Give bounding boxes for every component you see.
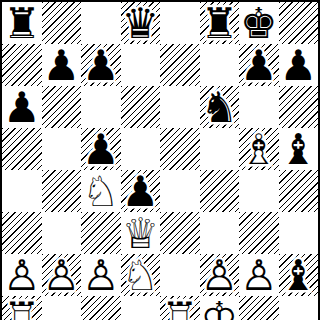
piece-white-king[interactable]: ♔ xyxy=(200,297,238,320)
square-d8[interactable]: ♛♛ xyxy=(121,2,161,44)
square-d4[interactable]: ♟♟ xyxy=(121,170,161,212)
piece-white-pawn[interactable]: ♙ xyxy=(200,255,238,297)
square-e2[interactable] xyxy=(160,254,200,296)
square-a7[interactable] xyxy=(2,44,42,86)
piece-black-bishop[interactable]: ♝ xyxy=(279,129,317,171)
square-e3[interactable] xyxy=(160,212,200,254)
square-e6[interactable] xyxy=(160,86,200,128)
piece-white-queen[interactable]: ♕ xyxy=(121,213,159,255)
square-f2[interactable]: ♟♙ xyxy=(200,254,240,296)
square-a4[interactable] xyxy=(2,170,42,212)
square-b6[interactable] xyxy=(42,86,82,128)
square-e5[interactable] xyxy=(160,128,200,170)
piece-white-rook[interactable]: ♖ xyxy=(3,297,41,320)
piece-black-pawn[interactable]: ♟ xyxy=(42,45,80,87)
square-f1[interactable]: ♚♔ xyxy=(200,296,240,320)
piece-white-pawn[interactable]: ♙ xyxy=(42,255,80,297)
square-g7[interactable]: ♟♟ xyxy=(239,44,279,86)
square-a8[interactable]: ♜♜ xyxy=(2,2,42,44)
square-c8[interactable] xyxy=(81,2,121,44)
square-h5[interactable]: ♝♝ xyxy=(279,128,319,170)
piece-black-rook[interactable]: ♜ xyxy=(3,3,41,45)
square-a6[interactable]: ♟♟ xyxy=(2,86,42,128)
square-g5[interactable]: ♝♗ xyxy=(239,128,279,170)
square-h8[interactable] xyxy=(279,2,319,44)
piece-black-queen[interactable]: ♛ xyxy=(121,3,159,45)
square-h3[interactable] xyxy=(279,212,319,254)
square-f3[interactable] xyxy=(200,212,240,254)
square-a2[interactable]: ♟♙ xyxy=(2,254,42,296)
square-d6[interactable] xyxy=(121,86,161,128)
square-d3[interactable]: ♛♕ xyxy=(121,212,161,254)
square-d2[interactable]: ♞♘ xyxy=(121,254,161,296)
square-f8[interactable]: ♜♜ xyxy=(200,2,240,44)
square-b4[interactable] xyxy=(42,170,82,212)
square-h6[interactable] xyxy=(279,86,319,128)
square-c7[interactable]: ♟♟ xyxy=(81,44,121,86)
square-g3[interactable] xyxy=(239,212,279,254)
piece-black-pawn[interactable]: ♟ xyxy=(240,45,278,87)
square-h2[interactable]: ♝♝ xyxy=(279,254,319,296)
square-c5[interactable]: ♟♟ xyxy=(81,128,121,170)
square-e1[interactable]: ♜♖ xyxy=(160,296,200,320)
piece-white-pawn[interactable]: ♙ xyxy=(82,255,120,297)
square-f5[interactable] xyxy=(200,128,240,170)
square-b2[interactable]: ♟♙ xyxy=(42,254,82,296)
piece-black-pawn[interactable]: ♟ xyxy=(3,87,41,129)
piece-black-pawn[interactable]: ♟ xyxy=(279,45,317,87)
square-c6[interactable] xyxy=(81,86,121,128)
piece-white-knight[interactable]: ♘ xyxy=(82,171,120,213)
square-b5[interactable] xyxy=(42,128,82,170)
square-d5[interactable] xyxy=(121,128,161,170)
square-h7[interactable]: ♟♟ xyxy=(279,44,319,86)
piece-white-pawn[interactable]: ♙ xyxy=(240,255,278,297)
piece-white-bishop[interactable]: ♗ xyxy=(240,129,278,171)
piece-black-rook[interactable]: ♜ xyxy=(200,3,238,45)
square-e8[interactable] xyxy=(160,2,200,44)
square-c2[interactable]: ♟♙ xyxy=(81,254,121,296)
square-c4[interactable]: ♞♘ xyxy=(81,170,121,212)
square-e4[interactable] xyxy=(160,170,200,212)
square-h4[interactable] xyxy=(279,170,319,212)
square-g2[interactable]: ♟♙ xyxy=(239,254,279,296)
piece-black-pawn[interactable]: ♟ xyxy=(82,129,120,171)
piece-white-pawn[interactable]: ♙ xyxy=(3,255,41,297)
square-g8[interactable]: ♚♚ xyxy=(239,2,279,44)
piece-black-bishop[interactable]: ♝ xyxy=(279,255,317,297)
square-b7[interactable]: ♟♟ xyxy=(42,44,82,86)
square-a1[interactable]: ♜♖ xyxy=(2,296,42,320)
piece-black-king[interactable]: ♚ xyxy=(240,3,278,45)
piece-black-pawn[interactable]: ♟ xyxy=(82,45,120,87)
piece-white-knight[interactable]: ♘ xyxy=(121,255,159,297)
square-b8[interactable] xyxy=(42,2,82,44)
square-f4[interactable] xyxy=(200,170,240,212)
square-e7[interactable] xyxy=(160,44,200,86)
square-a5[interactable] xyxy=(2,128,42,170)
piece-black-knight[interactable]: ♞ xyxy=(200,87,238,129)
square-d7[interactable] xyxy=(121,44,161,86)
piece-black-pawn[interactable]: ♟ xyxy=(121,171,159,213)
square-b3[interactable] xyxy=(42,212,82,254)
square-f7[interactable] xyxy=(200,44,240,86)
piece-white-rook[interactable]: ♖ xyxy=(161,297,199,320)
square-a3[interactable] xyxy=(2,212,42,254)
square-c3[interactable] xyxy=(81,212,121,254)
chess-board: ♜♜♛♛♜♜♚♚♟♟♟♟♟♟♟♟♟♟♞♞♟♟♝♗♝♝♞♘♟♟♛♕♟♙♟♙♟♙♞♘… xyxy=(0,0,320,320)
square-g4[interactable] xyxy=(239,170,279,212)
square-g6[interactable] xyxy=(239,86,279,128)
square-f6[interactable]: ♞♞ xyxy=(200,86,240,128)
